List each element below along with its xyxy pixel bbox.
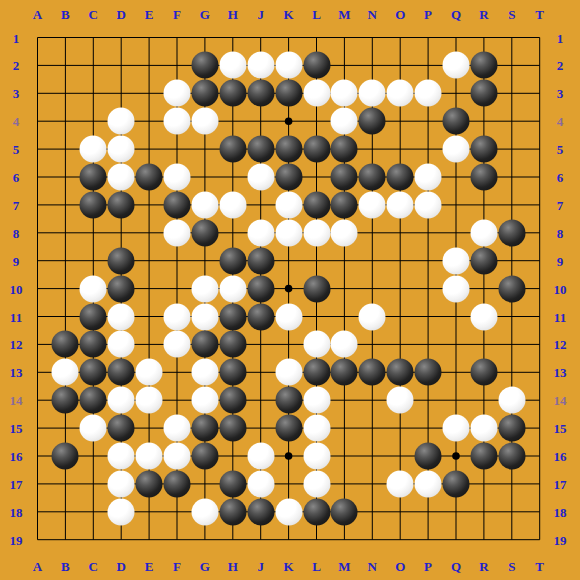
white-stone-F11	[164, 303, 191, 330]
white-stone-E13	[136, 359, 163, 386]
white-stone-H10	[219, 275, 246, 302]
hoshi-point-K10	[285, 285, 293, 293]
black-stone-L7	[303, 191, 330, 218]
col-label-bottom-Q: Q	[451, 560, 461, 573]
black-stone-L18	[303, 498, 330, 525]
white-stone-R11	[470, 303, 497, 330]
black-stone-C12	[80, 331, 107, 358]
black-stone-R16	[470, 443, 497, 470]
col-label-top-J: J	[257, 8, 264, 21]
col-label-top-T: T	[535, 8, 544, 21]
black-stone-C13	[80, 359, 107, 386]
black-stone-H12	[219, 331, 246, 358]
black-stone-O13	[387, 359, 414, 386]
black-stone-J11	[247, 303, 274, 330]
white-stone-D18	[108, 498, 135, 525]
black-stone-G8	[191, 219, 218, 246]
row-label-right-19: 19	[554, 533, 567, 546]
black-stone-C7	[80, 191, 107, 218]
white-stone-D12	[108, 331, 135, 358]
col-label-bottom-M: M	[338, 560, 350, 573]
black-stone-G15	[191, 415, 218, 442]
row-label-right-12: 12	[554, 338, 567, 351]
black-stone-S15	[498, 415, 525, 442]
white-stone-J2	[247, 52, 274, 79]
black-stone-H3	[219, 80, 246, 107]
white-stone-L16	[303, 443, 330, 470]
white-stone-F3	[164, 80, 191, 107]
black-stone-K3	[275, 80, 302, 107]
black-stone-Q17	[443, 470, 470, 497]
row-label-right-11: 11	[554, 310, 566, 323]
row-label-left-4: 4	[13, 115, 20, 128]
black-stone-H5	[219, 136, 246, 163]
row-label-left-17: 17	[10, 477, 23, 490]
black-stone-G3	[191, 80, 218, 107]
white-stone-J16	[247, 443, 274, 470]
black-stone-G12	[191, 331, 218, 358]
col-label-bottom-J: J	[257, 560, 264, 573]
white-stone-J17	[247, 470, 274, 497]
white-stone-L3	[303, 80, 330, 107]
col-label-top-N: N	[368, 8, 377, 21]
black-stone-J9	[247, 247, 274, 274]
white-stone-K13	[275, 359, 302, 386]
col-label-top-S: S	[508, 8, 515, 21]
col-label-top-O: O	[395, 8, 405, 21]
row-label-left-19: 19	[10, 533, 23, 546]
white-stone-K2	[275, 52, 302, 79]
white-stone-K7	[275, 191, 302, 218]
white-stone-E16	[136, 443, 163, 470]
row-label-left-9: 9	[13, 254, 20, 267]
black-stone-M18	[331, 498, 358, 525]
white-stone-N7	[359, 191, 386, 218]
white-stone-D4	[108, 108, 135, 135]
black-stone-R9	[470, 247, 497, 274]
white-stone-H7	[219, 191, 246, 218]
white-stone-L17	[303, 470, 330, 497]
black-stone-H15	[219, 415, 246, 442]
white-stone-L8	[303, 219, 330, 246]
row-label-left-10: 10	[10, 282, 23, 295]
white-stone-F6	[164, 164, 191, 191]
white-stone-M4	[331, 108, 358, 135]
col-label-bottom-G: G	[200, 560, 210, 573]
white-stone-D5	[108, 136, 135, 163]
white-stone-D14	[108, 387, 135, 414]
col-label-bottom-H: H	[228, 560, 238, 573]
row-label-left-18: 18	[10, 505, 23, 518]
white-stone-S14	[498, 387, 525, 414]
white-stone-B13	[52, 359, 79, 386]
black-stone-S8	[498, 219, 525, 246]
black-stone-G2	[191, 52, 218, 79]
black-stone-B14	[52, 387, 79, 414]
black-stone-B16	[52, 443, 79, 470]
white-stone-N11	[359, 303, 386, 330]
white-stone-P6	[415, 164, 442, 191]
col-label-bottom-L: L	[312, 560, 321, 573]
black-stone-F7	[164, 191, 191, 218]
row-label-right-1: 1	[557, 31, 564, 44]
row-label-right-4: 4	[557, 115, 564, 128]
white-stone-K8	[275, 219, 302, 246]
white-stone-O17	[387, 470, 414, 497]
row-label-left-15: 15	[10, 422, 23, 435]
black-stone-S10	[498, 275, 525, 302]
row-label-right-13: 13	[554, 366, 567, 379]
black-stone-E6	[136, 164, 163, 191]
white-stone-G18	[191, 498, 218, 525]
col-label-bottom-C: C	[89, 560, 98, 573]
row-label-right-2: 2	[557, 59, 564, 72]
row-label-right-3: 3	[557, 87, 564, 100]
white-stone-F16	[164, 443, 191, 470]
col-label-bottom-R: R	[479, 560, 488, 573]
black-stone-H13	[219, 359, 246, 386]
col-label-bottom-K: K	[284, 560, 294, 573]
row-label-left-2: 2	[13, 59, 20, 72]
white-stone-D16	[108, 443, 135, 470]
col-label-top-F: F	[173, 8, 181, 21]
row-label-left-16: 16	[10, 450, 23, 463]
white-stone-F15	[164, 415, 191, 442]
black-stone-C11	[80, 303, 107, 330]
white-stone-C5	[80, 136, 107, 163]
white-stone-L15	[303, 415, 330, 442]
col-label-top-E: E	[145, 8, 154, 21]
white-stone-F4	[164, 108, 191, 135]
black-stone-J5	[247, 136, 274, 163]
black-stone-C6	[80, 164, 107, 191]
white-stone-O3	[387, 80, 414, 107]
white-stone-D17	[108, 470, 135, 497]
white-stone-O14	[387, 387, 414, 414]
white-stone-M8	[331, 219, 358, 246]
white-stone-G13	[191, 359, 218, 386]
row-label-left-3: 3	[13, 87, 20, 100]
col-label-bottom-P: P	[424, 560, 432, 573]
white-stone-J8	[247, 219, 274, 246]
go-board[interactable]: AABBCCDDEEFFGGHHJJKKLLMMNNOOPPQQRRSSTT11…	[0, 0, 580, 580]
row-label-right-10: 10	[554, 282, 567, 295]
black-stone-L5	[303, 136, 330, 163]
black-stone-F17	[164, 470, 191, 497]
black-stone-L13	[303, 359, 330, 386]
white-stone-G11	[191, 303, 218, 330]
row-label-left-7: 7	[13, 198, 20, 211]
col-label-top-L: L	[312, 8, 321, 21]
white-stone-M12	[331, 331, 358, 358]
black-stone-S16	[498, 443, 525, 470]
black-stone-D15	[108, 415, 135, 442]
white-stone-Q9	[443, 247, 470, 274]
black-stone-L2	[303, 52, 330, 79]
col-label-top-H: H	[228, 8, 238, 21]
black-stone-O6	[387, 164, 414, 191]
row-label-left-12: 12	[10, 338, 23, 351]
white-stone-C15	[80, 415, 107, 442]
col-label-top-M: M	[338, 8, 350, 21]
col-label-top-D: D	[116, 8, 125, 21]
white-stone-H2	[219, 52, 246, 79]
black-stone-D7	[108, 191, 135, 218]
row-label-right-8: 8	[557, 226, 564, 239]
black-stone-M5	[331, 136, 358, 163]
white-stone-Q5	[443, 136, 470, 163]
black-stone-R2	[470, 52, 497, 79]
black-stone-M6	[331, 164, 358, 191]
white-stone-O7	[387, 191, 414, 218]
white-stone-E14	[136, 387, 163, 414]
col-label-top-P: P	[424, 8, 432, 21]
black-stone-N4	[359, 108, 386, 135]
white-stone-Q10	[443, 275, 470, 302]
row-label-left-13: 13	[10, 366, 23, 379]
black-stone-H18	[219, 498, 246, 525]
row-label-right-6: 6	[557, 171, 564, 184]
black-stone-D10	[108, 275, 135, 302]
black-stone-B12	[52, 331, 79, 358]
white-stone-P7	[415, 191, 442, 218]
black-stone-H11	[219, 303, 246, 330]
col-label-top-G: G	[200, 8, 210, 21]
row-label-right-18: 18	[554, 505, 567, 518]
black-stone-J3	[247, 80, 274, 107]
black-stone-Q4	[443, 108, 470, 135]
white-stone-G10	[191, 275, 218, 302]
white-stone-J6	[247, 164, 274, 191]
black-stone-H9	[219, 247, 246, 274]
row-label-left-8: 8	[13, 226, 20, 239]
white-stone-K11	[275, 303, 302, 330]
white-stone-M3	[331, 80, 358, 107]
black-stone-R3	[470, 80, 497, 107]
col-label-bottom-N: N	[368, 560, 377, 573]
white-stone-L14	[303, 387, 330, 414]
white-stone-Q15	[443, 415, 470, 442]
white-stone-P17	[415, 470, 442, 497]
col-label-top-R: R	[479, 8, 488, 21]
white-stone-F8	[164, 219, 191, 246]
black-stone-M7	[331, 191, 358, 218]
hoshi-point-K4	[285, 117, 293, 125]
row-label-right-9: 9	[557, 254, 564, 267]
black-stone-R13	[470, 359, 497, 386]
black-stone-D9	[108, 247, 135, 274]
col-label-bottom-S: S	[508, 560, 515, 573]
col-label-bottom-T: T	[535, 560, 544, 573]
row-label-left-5: 5	[13, 143, 20, 156]
white-stone-G14	[191, 387, 218, 414]
white-stone-L12	[303, 331, 330, 358]
row-label-right-16: 16	[554, 450, 567, 463]
col-label-top-A: A	[33, 8, 42, 21]
white-stone-Q2	[443, 52, 470, 79]
col-label-top-B: B	[61, 8, 70, 21]
row-label-left-14: 14	[10, 394, 23, 407]
row-label-right-15: 15	[554, 422, 567, 435]
black-stone-M13	[331, 359, 358, 386]
col-label-bottom-F: F	[173, 560, 181, 573]
white-stone-N3	[359, 80, 386, 107]
row-label-right-5: 5	[557, 143, 564, 156]
col-label-top-C: C	[89, 8, 98, 21]
white-stone-K18	[275, 498, 302, 525]
black-stone-K15	[275, 415, 302, 442]
col-label-top-K: K	[284, 8, 294, 21]
white-stone-F12	[164, 331, 191, 358]
row-label-right-14: 14	[554, 394, 567, 407]
row-label-left-1: 1	[13, 31, 20, 44]
col-label-top-Q: Q	[451, 8, 461, 21]
white-stone-P3	[415, 80, 442, 107]
row-label-left-6: 6	[13, 171, 20, 184]
hoshi-point-K16	[285, 452, 293, 460]
black-stone-K5	[275, 136, 302, 163]
black-stone-C14	[80, 387, 107, 414]
hoshi-point-Q16	[452, 452, 460, 460]
row-label-right-17: 17	[554, 477, 567, 490]
black-stone-K14	[275, 387, 302, 414]
white-stone-D6	[108, 164, 135, 191]
white-stone-G4	[191, 108, 218, 135]
black-stone-K6	[275, 164, 302, 191]
black-stone-L10	[303, 275, 330, 302]
black-stone-R6	[470, 164, 497, 191]
row-label-left-11: 11	[10, 310, 22, 323]
black-stone-G16	[191, 443, 218, 470]
black-stone-E17	[136, 470, 163, 497]
col-label-bottom-O: O	[395, 560, 405, 573]
white-stone-C10	[80, 275, 107, 302]
white-stone-R8	[470, 219, 497, 246]
white-stone-D11	[108, 303, 135, 330]
black-stone-H17	[219, 470, 246, 497]
black-stone-R5	[470, 136, 497, 163]
black-stone-P13	[415, 359, 442, 386]
black-stone-N6	[359, 164, 386, 191]
col-label-bottom-A: A	[33, 560, 42, 573]
black-stone-N13	[359, 359, 386, 386]
white-stone-G7	[191, 191, 218, 218]
row-label-right-7: 7	[557, 198, 564, 211]
col-label-bottom-E: E	[145, 560, 154, 573]
black-stone-J10	[247, 275, 274, 302]
col-label-bottom-D: D	[116, 560, 125, 573]
black-stone-D13	[108, 359, 135, 386]
white-stone-R15	[470, 415, 497, 442]
black-stone-H14	[219, 387, 246, 414]
col-label-bottom-B: B	[61, 560, 70, 573]
black-stone-J18	[247, 498, 274, 525]
black-stone-P16	[415, 443, 442, 470]
